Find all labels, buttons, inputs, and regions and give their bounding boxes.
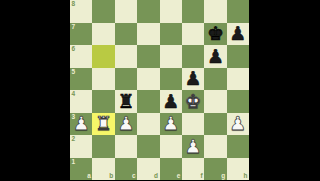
square-a7[interactable]: 7 [70, 23, 92, 46]
rank-label-5: 5 [72, 69, 76, 76]
square-d3[interactable] [137, 113, 159, 136]
square-a3[interactable]: 3♟ [70, 113, 92, 136]
square-b8[interactable] [92, 0, 114, 23]
square-g7[interactable]: ♚ [204, 23, 226, 46]
black-pawn-h7[interactable]: ♟ [229, 24, 246, 43]
square-b5[interactable] [92, 68, 114, 91]
square-f1[interactable]: f [182, 158, 204, 181]
white-rook-b3[interactable]: ♜ [95, 114, 112, 133]
square-a6[interactable]: 6 [70, 45, 92, 68]
file-label-f: f [201, 173, 203, 180]
square-c4[interactable]: ♜ [115, 90, 137, 113]
square-b2[interactable] [92, 135, 114, 158]
rank-label-4: 4 [72, 91, 76, 98]
square-b4[interactable] [92, 90, 114, 113]
square-f2[interactable]: ♟ [182, 135, 204, 158]
square-c1[interactable]: c [115, 158, 137, 181]
square-h4[interactable] [227, 90, 249, 113]
square-h1[interactable]: h [227, 158, 249, 181]
square-a5[interactable]: 5 [70, 68, 92, 91]
square-h8[interactable] [227, 0, 249, 23]
square-h2[interactable] [227, 135, 249, 158]
square-f8[interactable] [182, 0, 204, 23]
square-g4[interactable] [204, 90, 226, 113]
square-h5[interactable] [227, 68, 249, 91]
square-e5[interactable] [160, 68, 182, 91]
square-e4[interactable]: ♟ [160, 90, 182, 113]
square-a8[interactable]: 8 [70, 0, 92, 23]
square-h3[interactable]: ♟ [227, 113, 249, 136]
square-a4[interactable]: 4 [70, 90, 92, 113]
square-g5[interactable] [204, 68, 226, 91]
square-d1[interactable]: d [137, 158, 159, 181]
square-f7[interactable] [182, 23, 204, 46]
square-g2[interactable] [204, 135, 226, 158]
rank-label-7: 7 [72, 24, 76, 31]
rank-label-6: 6 [72, 46, 76, 53]
file-label-c: c [132, 173, 136, 180]
square-e7[interactable] [160, 23, 182, 46]
square-c5[interactable] [115, 68, 137, 91]
black-pawn-e4[interactable]: ♟ [162, 91, 179, 110]
square-c7[interactable] [115, 23, 137, 46]
rank-label-1: 1 [72, 159, 76, 166]
square-d8[interactable] [137, 0, 159, 23]
square-e6[interactable] [160, 45, 182, 68]
black-pawn-g6[interactable]: ♟ [207, 46, 224, 65]
rank-label-8: 8 [72, 1, 76, 8]
white-pawn-e3[interactable]: ♟ [162, 114, 179, 133]
white-pawn-a3[interactable]: ♟ [73, 114, 90, 133]
white-pawn-h3[interactable]: ♟ [229, 114, 246, 133]
square-b3[interactable]: ♜ [92, 113, 114, 136]
square-d7[interactable] [137, 23, 159, 46]
square-g3[interactable] [204, 113, 226, 136]
square-h7[interactable]: ♟ [227, 23, 249, 46]
square-g8[interactable] [204, 0, 226, 23]
square-b7[interactable] [92, 23, 114, 46]
black-pawn-f5[interactable]: ♟ [185, 69, 202, 88]
square-f3[interactable] [182, 113, 204, 136]
letterbox-right [249, 0, 320, 180]
square-c8[interactable] [115, 0, 137, 23]
square-c3[interactable]: ♟ [115, 113, 137, 136]
black-king-g7[interactable]: ♚ [207, 24, 224, 43]
file-label-a: a [87, 173, 91, 180]
white-pawn-c3[interactable]: ♟ [117, 114, 134, 133]
square-d5[interactable] [137, 68, 159, 91]
square-e8[interactable] [160, 0, 182, 23]
square-b6[interactable] [92, 45, 114, 68]
rank-label-2: 2 [72, 136, 76, 143]
square-c6[interactable] [115, 45, 137, 68]
square-h6[interactable] [227, 45, 249, 68]
file-label-h: h [244, 173, 248, 180]
square-g6[interactable]: ♟ [204, 45, 226, 68]
square-a2[interactable]: 2 [70, 135, 92, 158]
square-e3[interactable]: ♟ [160, 113, 182, 136]
square-d4[interactable] [137, 90, 159, 113]
square-f6[interactable] [182, 45, 204, 68]
square-f4[interactable]: ♚ [182, 90, 204, 113]
square-f5[interactable]: ♟ [182, 68, 204, 91]
square-g1[interactable]: g [204, 158, 226, 181]
square-d2[interactable] [137, 135, 159, 158]
file-label-b: b [109, 173, 113, 180]
chess-board: 87♚♟6♟5♟4♜♟♚3♟♜♟♟♟2♟1abcdefgh [70, 0, 249, 180]
file-label-g: g [221, 173, 225, 180]
square-d6[interactable] [137, 45, 159, 68]
square-c2[interactable] [115, 135, 137, 158]
square-e1[interactable]: e [160, 158, 182, 181]
square-e2[interactable] [160, 135, 182, 158]
white-king-f4[interactable]: ♚ [185, 91, 202, 110]
letterbox-left [0, 0, 70, 180]
video-frame: 87♚♟6♟5♟4♜♟♚3♟♜♟♟♟2♟1abcdefgh [0, 0, 320, 180]
file-label-e: e [177, 173, 181, 180]
white-pawn-f2[interactable]: ♟ [185, 136, 202, 155]
file-label-d: d [154, 173, 158, 180]
black-rook-c4[interactable]: ♜ [117, 91, 134, 110]
square-a1[interactable]: 1a [70, 158, 92, 181]
square-b1[interactable]: b [92, 158, 114, 181]
